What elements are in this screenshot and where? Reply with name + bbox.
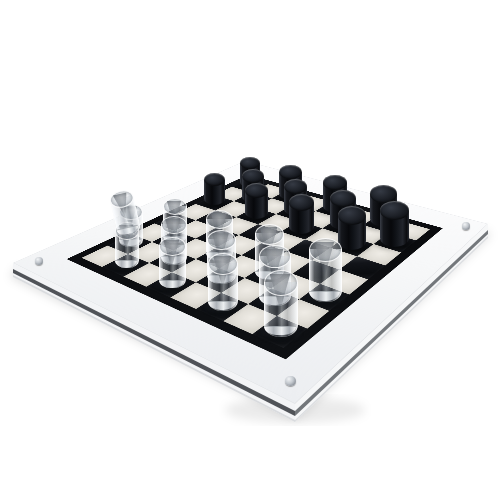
piece-top [330, 190, 356, 207]
piece-top [309, 238, 342, 262]
piece-top [208, 253, 238, 275]
checker-clear-stacked-tilted[interactable] [108, 188, 140, 237]
checker-black[interactable] [380, 201, 409, 246]
pieces-layer [0, 0, 500, 500]
piece-top [289, 194, 314, 210]
piece-top [338, 206, 366, 225]
piece-top [242, 169, 263, 183]
piece-top [240, 157, 260, 170]
piece-top [264, 270, 298, 296]
piece-top [207, 230, 235, 250]
checker-clear[interactable] [309, 238, 340, 302]
checker-clear[interactable] [159, 237, 184, 289]
thumbscrew-icon [35, 257, 44, 266]
checker-clear[interactable] [264, 270, 296, 337]
piece-top [159, 237, 186, 257]
piece-top [255, 224, 285, 245]
thumbscrew-icon [462, 222, 470, 230]
product-photo [0, 0, 500, 500]
piece-top [259, 245, 291, 268]
checker-black[interactable] [338, 206, 366, 250]
piece-top [245, 183, 268, 198]
checker-black[interactable] [204, 173, 225, 206]
piece-top [163, 198, 187, 215]
checker-black[interactable] [289, 194, 314, 234]
piece-top [370, 185, 397, 202]
checker-clear[interactable] [208, 253, 236, 311]
piece-top [279, 165, 301, 179]
thumbscrew-icon [285, 376, 296, 387]
checker-black[interactable] [245, 183, 268, 219]
piece-top [161, 216, 187, 234]
